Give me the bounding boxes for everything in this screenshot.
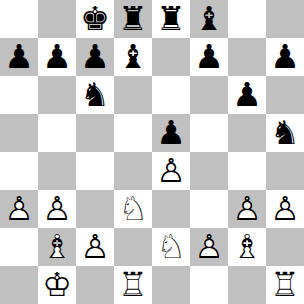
square-h4[interactable] (266, 152, 304, 190)
piece-outline-layer: ♙ (0, 190, 38, 228)
black-pawn-piece[interactable]: ♟ (228, 76, 266, 114)
square-h2[interactable] (266, 228, 304, 266)
square-b2[interactable]: ♝♗ (38, 228, 76, 266)
square-c2[interactable]: ♟♙ (76, 228, 114, 266)
white-pawn-piece[interactable]: ♟♙ (76, 228, 114, 266)
white-rook-piece[interactable]: ♜♖ (114, 266, 152, 304)
square-g5[interactable] (228, 114, 266, 152)
white-bishop-piece[interactable]: ♝♗ (228, 228, 266, 266)
square-f2[interactable]: ♟♙ (190, 228, 228, 266)
black-pawn-piece[interactable]: ♟ (76, 38, 114, 76)
square-f4[interactable] (190, 152, 228, 190)
square-e6[interactable] (152, 76, 190, 114)
piece-outline-layer: ♙ (76, 228, 114, 266)
square-h1[interactable]: ♜♖ (266, 266, 304, 304)
piece-outline-layer: ♙ (228, 190, 266, 228)
piece-outline-layer: ♖ (266, 266, 304, 304)
square-f6[interactable] (190, 76, 228, 114)
square-e7[interactable] (152, 38, 190, 76)
black-pawn-piece[interactable]: ♟ (152, 114, 190, 152)
square-g3[interactable]: ♟♙ (228, 190, 266, 228)
piece-outline-layer: ♙ (38, 190, 76, 228)
square-b6[interactable] (38, 76, 76, 114)
square-a5[interactable] (0, 114, 38, 152)
black-pawn-piece[interactable]: ♟ (38, 38, 76, 76)
square-h8[interactable] (266, 0, 304, 38)
square-b5[interactable] (38, 114, 76, 152)
square-d4[interactable] (114, 152, 152, 190)
square-c6[interactable]: ♞ (76, 76, 114, 114)
white-knight-piece[interactable]: ♞♘ (152, 228, 190, 266)
white-pawn-piece[interactable]: ♟♙ (152, 152, 190, 190)
piece-outline-layer: ♙ (266, 190, 304, 228)
square-f1[interactable] (190, 266, 228, 304)
piece-outline-layer: ♘ (152, 228, 190, 266)
square-c3[interactable] (76, 190, 114, 228)
square-b7[interactable]: ♟ (38, 38, 76, 76)
piece-outline-layer: ♙ (152, 152, 190, 190)
white-bishop-piece[interactable]: ♝♗ (38, 228, 76, 266)
white-king-piece[interactable]: ♚♔ (38, 266, 76, 304)
square-b3[interactable]: ♟♙ (38, 190, 76, 228)
black-knight-piece[interactable]: ♞ (76, 76, 114, 114)
square-a7[interactable]: ♟ (0, 38, 38, 76)
square-a3[interactable]: ♟♙ (0, 190, 38, 228)
black-pawn-piece[interactable]: ♟ (266, 38, 304, 76)
square-h7[interactable]: ♟ (266, 38, 304, 76)
square-a1[interactable] (0, 266, 38, 304)
black-rook-piece[interactable]: ♜ (152, 0, 190, 38)
black-pawn-piece[interactable]: ♟ (190, 38, 228, 76)
square-b4[interactable] (38, 152, 76, 190)
black-pawn-piece[interactable]: ♟ (0, 38, 38, 76)
square-a4[interactable] (0, 152, 38, 190)
square-c8[interactable]: ♚ (76, 0, 114, 38)
piece-outline-layer: ♙ (190, 228, 228, 266)
piece-outline-layer: ♔ (38, 266, 76, 304)
square-f3[interactable] (190, 190, 228, 228)
square-d7[interactable]: ♝ (114, 38, 152, 76)
square-c5[interactable] (76, 114, 114, 152)
square-d2[interactable] (114, 228, 152, 266)
white-pawn-piece[interactable]: ♟♙ (38, 190, 76, 228)
square-g6[interactable]: ♟ (228, 76, 266, 114)
square-d6[interactable] (114, 76, 152, 114)
square-e8[interactable]: ♜ (152, 0, 190, 38)
square-e3[interactable] (152, 190, 190, 228)
piece-outline-layer: ♘ (114, 190, 152, 228)
square-g4[interactable] (228, 152, 266, 190)
black-knight-piece[interactable]: ♞ (266, 114, 304, 152)
square-e5[interactable]: ♟ (152, 114, 190, 152)
white-knight-piece[interactable]: ♞♘ (114, 190, 152, 228)
square-h6[interactable] (266, 76, 304, 114)
square-h5[interactable]: ♞ (266, 114, 304, 152)
square-g7[interactable] (228, 38, 266, 76)
square-e2[interactable]: ♞♘ (152, 228, 190, 266)
square-g2[interactable]: ♝♗ (228, 228, 266, 266)
square-f8[interactable]: ♝ (190, 0, 228, 38)
square-b1[interactable]: ♚♔ (38, 266, 76, 304)
square-f5[interactable] (190, 114, 228, 152)
square-d5[interactable] (114, 114, 152, 152)
square-e4[interactable]: ♟♙ (152, 152, 190, 190)
white-pawn-piece[interactable]: ♟♙ (190, 228, 228, 266)
white-rook-piece[interactable]: ♜♖ (266, 266, 304, 304)
square-c1[interactable] (76, 266, 114, 304)
square-a6[interactable] (0, 76, 38, 114)
square-c7[interactable]: ♟ (76, 38, 114, 76)
black-rook-piece[interactable]: ♜ (114, 0, 152, 38)
square-g8[interactable] (228, 0, 266, 38)
piece-outline-layer: ♗ (228, 228, 266, 266)
square-h3[interactable]: ♟♙ (266, 190, 304, 228)
black-bishop-piece[interactable]: ♝ (190, 0, 228, 38)
white-pawn-piece[interactable]: ♟♙ (266, 190, 304, 228)
piece-outline-layer: ♖ (114, 266, 152, 304)
square-d3[interactable]: ♞♘ (114, 190, 152, 228)
black-bishop-piece[interactable]: ♝ (114, 38, 152, 76)
square-d1[interactable]: ♜♖ (114, 266, 152, 304)
square-g1[interactable] (228, 266, 266, 304)
square-d8[interactable]: ♜ (114, 0, 152, 38)
square-e1[interactable] (152, 266, 190, 304)
chess-board: ♚♜♜♝♟♟♟♝♟♟♞♟♟♞♟♙♟♙♟♙♞♘♟♙♟♙♝♗♟♙♞♘♟♙♝♗♚♔♜♖… (0, 0, 304, 304)
black-king-piece[interactable]: ♚ (76, 0, 114, 38)
square-a8[interactable] (0, 0, 38, 38)
piece-outline-layer: ♗ (38, 228, 76, 266)
square-f7[interactable]: ♟ (190, 38, 228, 76)
square-a2[interactable] (0, 228, 38, 266)
white-pawn-piece[interactable]: ♟♙ (0, 190, 38, 228)
square-c4[interactable] (76, 152, 114, 190)
white-pawn-piece[interactable]: ♟♙ (228, 190, 266, 228)
square-b8[interactable] (38, 0, 76, 38)
